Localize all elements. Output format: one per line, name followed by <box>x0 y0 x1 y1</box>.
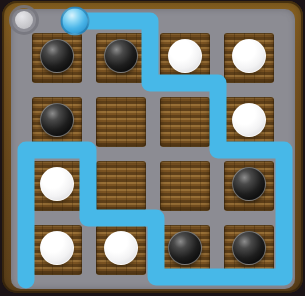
white-stone <box>40 231 74 265</box>
cell-r4c3[interactable] <box>160 225 210 275</box>
black-stone <box>40 103 74 137</box>
cell-r2c1[interactable] <box>32 97 82 147</box>
game-scene <box>0 0 305 296</box>
black-stone <box>168 231 202 265</box>
cell-r3c4[interactable] <box>224 161 274 211</box>
black-stone <box>104 39 138 73</box>
black-stone <box>232 231 266 265</box>
path-start-dot-marker[interactable] <box>61 7 90 36</box>
white-stone <box>232 103 266 137</box>
black-stone <box>232 167 266 201</box>
gray-ring-marker <box>9 5 39 35</box>
cell-r3c3[interactable] <box>160 161 210 211</box>
white-stone <box>168 39 202 73</box>
cell-r4c1[interactable] <box>32 225 82 275</box>
cell-r4c2[interactable] <box>96 225 146 275</box>
cell-r2c4[interactable] <box>224 97 274 147</box>
cell-r1c1[interactable] <box>32 33 82 83</box>
cell-r3c2[interactable] <box>96 161 146 211</box>
cell-r3c1[interactable] <box>32 161 82 211</box>
white-stone <box>104 231 138 265</box>
cell-r1c4[interactable] <box>224 33 274 83</box>
cell-r2c2[interactable] <box>96 97 146 147</box>
white-stone <box>232 39 266 73</box>
black-stone <box>40 39 74 73</box>
cell-r2c3[interactable] <box>160 97 210 147</box>
cell-r4c4[interactable] <box>224 225 274 275</box>
cell-r1c2[interactable] <box>96 33 146 83</box>
gray-ring-inner-dot <box>15 11 33 29</box>
white-stone <box>40 167 74 201</box>
